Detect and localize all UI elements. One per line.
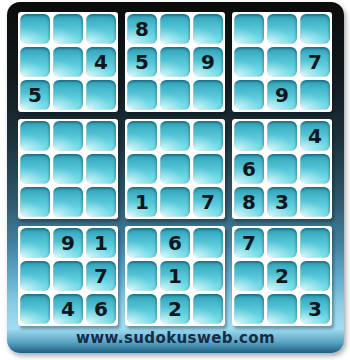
cell-r5c4[interactable] xyxy=(127,154,157,184)
cell-r2c9[interactable]: 7 xyxy=(300,47,330,77)
cell-r3c6[interactable] xyxy=(193,80,223,110)
cell-r4c9[interactable]: 4 xyxy=(300,121,330,151)
cell-r1c1[interactable] xyxy=(20,14,50,44)
cell-r7c2[interactable]: 9 xyxy=(53,228,83,258)
box-2-1 xyxy=(18,119,118,219)
cell-r8c3[interactable]: 7 xyxy=(86,261,116,291)
cell-r9c8[interactable] xyxy=(267,294,297,324)
cell-r9c1[interactable] xyxy=(20,294,50,324)
cell-r6c3[interactable] xyxy=(86,187,116,217)
cell-r2c6[interactable]: 9 xyxy=(193,47,223,77)
cell-r6c7[interactable]: 8 xyxy=(234,187,264,217)
cell-r3c5[interactable] xyxy=(160,80,190,110)
cell-r8c7[interactable] xyxy=(234,261,264,291)
cell-r3c9[interactable] xyxy=(300,80,330,110)
cell-r7c8[interactable] xyxy=(267,228,297,258)
cell-r9c4[interactable] xyxy=(127,294,157,324)
cell-r5c5[interactable] xyxy=(160,154,190,184)
cell-r1c6[interactable] xyxy=(193,14,223,44)
cell-r6c5[interactable] xyxy=(160,187,190,217)
cell-r5c8[interactable] xyxy=(267,154,297,184)
cell-r4c7[interactable] xyxy=(234,121,264,151)
box-3-1: 91746 xyxy=(18,226,118,326)
cell-r8c9[interactable] xyxy=(300,261,330,291)
cell-r9c2[interactable]: 4 xyxy=(53,294,83,324)
cell-r6c2[interactable] xyxy=(53,187,83,217)
cell-r2c4[interactable]: 5 xyxy=(127,47,157,77)
cell-r6c8[interactable]: 3 xyxy=(267,187,297,217)
cell-r1c7[interactable] xyxy=(234,14,264,44)
cell-r2c2[interactable] xyxy=(53,47,83,77)
cell-r3c3[interactable] xyxy=(86,80,116,110)
cell-r8c1[interactable] xyxy=(20,261,50,291)
cell-r1c9[interactable] xyxy=(300,14,330,44)
cell-r7c4[interactable] xyxy=(127,228,157,258)
cell-r5c3[interactable] xyxy=(86,154,116,184)
box-1-2: 859 xyxy=(125,12,225,112)
cell-r7c5[interactable]: 6 xyxy=(160,228,190,258)
cell-r1c2[interactable] xyxy=(53,14,83,44)
cell-r6c4[interactable]: 1 xyxy=(127,187,157,217)
cell-r1c5[interactable] xyxy=(160,14,190,44)
cell-r7c3[interactable]: 1 xyxy=(86,228,116,258)
box-2-2: 17 xyxy=(125,119,225,219)
cell-r3c7[interactable] xyxy=(234,80,264,110)
cell-r6c9[interactable] xyxy=(300,187,330,217)
cell-r4c3[interactable] xyxy=(86,121,116,151)
box-1-1: 45 xyxy=(18,12,118,112)
cell-r5c1[interactable] xyxy=(20,154,50,184)
cell-r7c7[interactable]: 7 xyxy=(234,228,264,258)
cell-r7c9[interactable] xyxy=(300,228,330,258)
page: 458597917468391746612723 www.sudokusweb.… xyxy=(0,0,350,360)
cell-r2c7[interactable] xyxy=(234,47,264,77)
box-3-3: 723 xyxy=(232,226,332,326)
cell-r4c6[interactable] xyxy=(193,121,223,151)
box-1-3: 79 xyxy=(232,12,332,112)
cell-r8c8[interactable]: 2 xyxy=(267,261,297,291)
cell-r3c1[interactable]: 5 xyxy=(20,80,50,110)
cell-r1c8[interactable] xyxy=(267,14,297,44)
cell-r5c6[interactable] xyxy=(193,154,223,184)
cell-r4c2[interactable] xyxy=(53,121,83,151)
site-url: www.sudokusweb.com xyxy=(7,326,344,350)
cell-r3c4[interactable] xyxy=(127,80,157,110)
cell-r9c3[interactable]: 6 xyxy=(86,294,116,324)
cell-r8c5[interactable]: 1 xyxy=(160,261,190,291)
cell-r3c2[interactable] xyxy=(53,80,83,110)
cell-r9c6[interactable] xyxy=(193,294,223,324)
cell-r2c8[interactable] xyxy=(267,47,297,77)
cell-r7c6[interactable] xyxy=(193,228,223,258)
cell-r4c8[interactable] xyxy=(267,121,297,151)
box-2-3: 4683 xyxy=(232,119,332,219)
cell-r9c7[interactable] xyxy=(234,294,264,324)
cell-r9c5[interactable]: 2 xyxy=(160,294,190,324)
cell-r5c9[interactable] xyxy=(300,154,330,184)
cell-r2c1[interactable] xyxy=(20,47,50,77)
cell-r1c3[interactable] xyxy=(86,14,116,44)
box-3-2: 612 xyxy=(125,226,225,326)
cell-r7c1[interactable] xyxy=(20,228,50,258)
cell-r6c1[interactable] xyxy=(20,187,50,217)
cell-r6c6[interactable]: 7 xyxy=(193,187,223,217)
cell-r8c4[interactable] xyxy=(127,261,157,291)
cell-r5c2[interactable] xyxy=(53,154,83,184)
sudoku-board: 458597917468391746612723 xyxy=(18,12,332,326)
cell-r8c2[interactable] xyxy=(53,261,83,291)
cell-r2c5[interactable] xyxy=(160,47,190,77)
cell-r2c3[interactable]: 4 xyxy=(86,47,116,77)
puzzle-panel: 458597917468391746612723 www.sudokusweb.… xyxy=(7,2,344,353)
cell-r1c4[interactable]: 8 xyxy=(127,14,157,44)
cell-r4c4[interactable] xyxy=(127,121,157,151)
cell-r9c9[interactable]: 3 xyxy=(300,294,330,324)
cell-r8c6[interactable] xyxy=(193,261,223,291)
cell-r4c1[interactable] xyxy=(20,121,50,151)
cell-r5c7[interactable]: 6 xyxy=(234,154,264,184)
cell-r4c5[interactable] xyxy=(160,121,190,151)
cell-r3c8[interactable]: 9 xyxy=(267,80,297,110)
